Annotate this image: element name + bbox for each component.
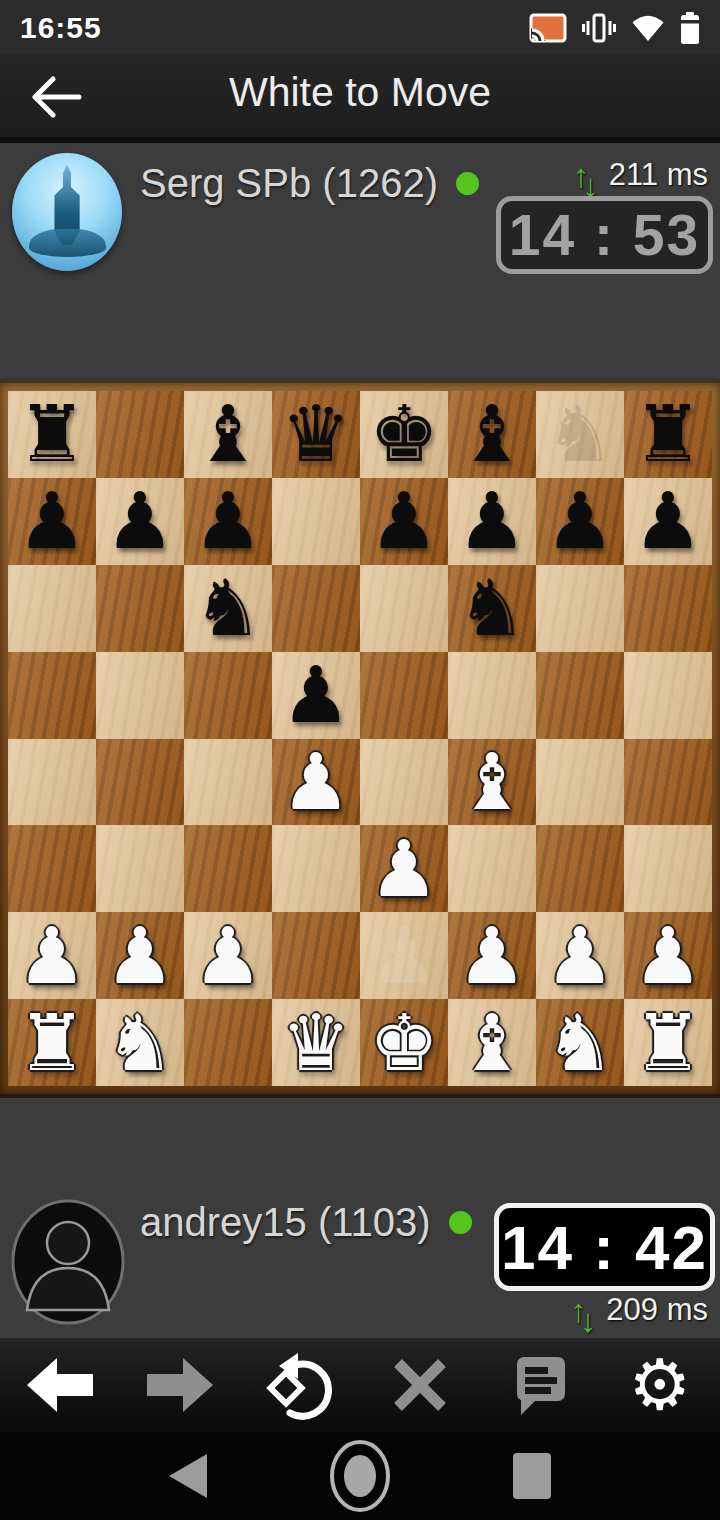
square-f5[interactable] <box>448 652 536 739</box>
square-b4[interactable] <box>96 739 184 826</box>
square-g6[interactable] <box>536 565 624 652</box>
cast-icon <box>529 13 567 43</box>
square-f6[interactable]: ♞ <box>448 565 536 652</box>
square-c5[interactable] <box>184 652 272 739</box>
square-f7[interactable]: ♟ <box>448 478 536 565</box>
piece-white-rook: ♜ <box>633 1004 703 1082</box>
piece-black-pawn: ♟ <box>457 482 527 560</box>
square-e1[interactable]: ♚ <box>360 999 448 1086</box>
square-g5[interactable] <box>536 652 624 739</box>
piece-white-bishop: ♝ <box>457 1004 527 1082</box>
square-e6[interactable] <box>360 565 448 652</box>
square-g4[interactable] <box>536 739 624 826</box>
piece-black-rook: ♜ <box>633 395 703 473</box>
square-d4[interactable]: ♟ <box>272 739 360 826</box>
bottom-player-name: andrey15 (1103) <box>140 1200 431 1245</box>
bottom-player-panel: andrey15 (1103) 14 : 42 ↑↓ 209 ms <box>0 1098 720 1338</box>
square-h3[interactable] <box>624 825 712 912</box>
title-bar: White to Move <box>0 55 720 143</box>
chat-button[interactable] <box>480 1338 600 1432</box>
android-recents-icon <box>513 1453 551 1499</box>
battery-icon <box>680 12 700 44</box>
bottom-player-clock: 14 : 42 <box>494 1203 715 1291</box>
previous-move-button[interactable] <box>0 1338 120 1432</box>
square-e2[interactable]: ♟ <box>360 912 448 999</box>
piece-white-knight: ♞ <box>105 1004 175 1082</box>
square-b7[interactable]: ♟ <box>96 478 184 565</box>
next-move-button[interactable] <box>120 1338 240 1432</box>
chat-icon <box>509 1353 571 1417</box>
app-screen: 16:55 <box>0 0 720 1520</box>
status-bar: 16:55 <box>0 0 720 55</box>
square-b5[interactable] <box>96 652 184 739</box>
vibrate-icon <box>582 13 616 43</box>
square-d3[interactable] <box>272 825 360 912</box>
square-d8[interactable]: ♛ <box>272 391 360 478</box>
square-a5[interactable] <box>8 652 96 739</box>
piece-black-knight: ♞ <box>457 569 527 647</box>
bottom-player-avatar <box>10 1198 126 1326</box>
top-latency-value: 211 ms <box>609 157 708 193</box>
square-c1[interactable] <box>184 999 272 1086</box>
square-b3[interactable] <box>96 825 184 912</box>
piece-black-rook: ♜ <box>17 395 87 473</box>
top-player-avatar <box>12 153 122 271</box>
android-home-icon <box>329 1438 391 1514</box>
previous-move-icon <box>27 1358 93 1412</box>
square-e7[interactable]: ♟ <box>360 478 448 565</box>
chess-board: ♜♝♛♚♝♞♜♟♟♟♟♟♟♟♞♞♟♟♝♟♟♟♟♟♟♟♟♜♞♛♚♝♞♜ <box>0 378 720 1098</box>
square-a1[interactable]: ♜ <box>8 999 96 1086</box>
square-f2[interactable]: ♟ <box>448 912 536 999</box>
square-a7[interactable]: ♟ <box>8 478 96 565</box>
online-status-dot <box>449 1211 472 1234</box>
latency-down-arrow-icon: ↓ <box>580 1304 597 1337</box>
ghost-piece-black-knight: ♞ <box>545 395 615 473</box>
square-g3[interactable] <box>536 825 624 912</box>
piece-white-king: ♚ <box>369 1004 439 1082</box>
square-b2[interactable]: ♟ <box>96 912 184 999</box>
square-e8[interactable]: ♚ <box>360 391 448 478</box>
square-f4[interactable]: ♝ <box>448 739 536 826</box>
square-g1[interactable]: ♞ <box>536 999 624 1086</box>
piece-white-pawn: ♟ <box>633 917 703 995</box>
next-move-icon <box>147 1358 213 1412</box>
square-d6[interactable] <box>272 565 360 652</box>
piece-white-pawn: ♟ <box>545 917 615 995</box>
piece-white-pawn: ♟ <box>281 743 351 821</box>
status-time: 16:55 <box>20 11 102 45</box>
square-b1[interactable]: ♞ <box>96 999 184 1086</box>
piece-black-pawn: ♟ <box>17 482 87 560</box>
top-player-name: Serg SPb (1262) <box>140 161 438 206</box>
top-player-panel: Serg SPb (1262) ↑↓ 211 ms 14 : 53 <box>0 143 720 378</box>
piece-black-pawn: ♟ <box>281 656 351 734</box>
square-c3[interactable] <box>184 825 272 912</box>
square-d7[interactable] <box>272 478 360 565</box>
status-icons <box>529 12 700 44</box>
square-h7[interactable]: ♟ <box>624 478 712 565</box>
close-icon <box>391 1356 449 1414</box>
square-h4[interactable] <box>624 739 712 826</box>
piece-black-queen: ♛ <box>281 395 351 473</box>
square-c8[interactable]: ♝ <box>184 391 272 478</box>
square-d2[interactable] <box>272 912 360 999</box>
square-d1[interactable]: ♛ <box>272 999 360 1086</box>
piece-white-pawn: ♟ <box>105 917 175 995</box>
top-player-name-row: Serg SPb (1262) <box>140 161 479 206</box>
square-e5[interactable] <box>360 652 448 739</box>
page-title: White to Move <box>0 69 720 116</box>
online-status-dot <box>456 172 479 195</box>
flip-board-icon <box>263 1349 337 1421</box>
square-a4[interactable] <box>8 739 96 826</box>
bottom-player-name-row: andrey15 (1103) <box>140 1200 472 1245</box>
piece-white-pawn: ♟ <box>457 917 527 995</box>
piece-white-pawn: ♟ <box>17 917 87 995</box>
piece-white-knight: ♞ <box>545 1004 615 1082</box>
square-g7[interactable]: ♟ <box>536 478 624 565</box>
close-game-button[interactable] <box>360 1338 480 1432</box>
square-h6[interactable] <box>624 565 712 652</box>
square-c2[interactable]: ♟ <box>184 912 272 999</box>
bottom-latency-value: 209 ms <box>606 1292 708 1328</box>
square-e3[interactable]: ♟ <box>360 825 448 912</box>
top-player-latency: ↑↓ 211 ms <box>573 157 708 193</box>
android-nav-bar <box>0 1432 720 1520</box>
square-a6[interactable] <box>8 565 96 652</box>
android-back-icon <box>169 1454 207 1498</box>
piece-black-bishop: ♝ <box>193 395 263 473</box>
square-d5[interactable]: ♟ <box>272 652 360 739</box>
piece-black-pawn: ♟ <box>545 482 615 560</box>
piece-black-bishop: ♝ <box>457 395 527 473</box>
piece-white-pawn: ♟ <box>193 917 263 995</box>
square-a2[interactable]: ♟ <box>8 912 96 999</box>
wifi-icon <box>631 14 665 42</box>
piece-black-pawn: ♟ <box>633 482 703 560</box>
square-c7[interactable]: ♟ <box>184 478 272 565</box>
settings-button[interactable]: ⚙ <box>600 1338 720 1432</box>
piece-black-knight: ♞ <box>193 569 263 647</box>
bottom-player-latency: ↑↓ 209 ms <box>570 1292 708 1328</box>
square-c4[interactable] <box>184 739 272 826</box>
flip-board-button[interactable] <box>240 1338 360 1432</box>
gear-icon: ⚙ <box>629 1350 692 1420</box>
piece-white-queen: ♛ <box>281 1004 351 1082</box>
game-toolbar: ⚙ <box>0 1338 720 1432</box>
square-c6[interactable]: ♞ <box>184 565 272 652</box>
square-g8[interactable]: ♞ <box>536 391 624 478</box>
square-g2[interactable]: ♟ <box>536 912 624 999</box>
square-b8[interactable] <box>96 391 184 478</box>
piece-black-pawn: ♟ <box>105 482 175 560</box>
ghost-piece-white-pawn: ♟ <box>369 917 439 995</box>
square-h2[interactable]: ♟ <box>624 912 712 999</box>
square-h5[interactable] <box>624 652 712 739</box>
android-back-button[interactable] <box>169 1454 207 1498</box>
top-player-clock: 14 : 53 <box>496 196 713 274</box>
square-b6[interactable] <box>96 565 184 652</box>
piece-black-pawn: ♟ <box>369 482 439 560</box>
piece-black-king: ♚ <box>369 395 439 473</box>
square-f1[interactable]: ♝ <box>448 999 536 1086</box>
piece-white-bishop: ♝ <box>457 743 527 821</box>
android-home-button[interactable] <box>329 1438 391 1514</box>
piece-white-rook: ♜ <box>17 1004 87 1082</box>
square-h8[interactable]: ♜ <box>624 391 712 478</box>
square-f8[interactable]: ♝ <box>448 391 536 478</box>
square-h1[interactable]: ♜ <box>624 999 712 1086</box>
piece-black-pawn: ♟ <box>193 482 263 560</box>
android-recents-button[interactable] <box>513 1453 551 1499</box>
square-a3[interactable] <box>8 825 96 912</box>
square-f3[interactable] <box>448 825 536 912</box>
square-a8[interactable]: ♜ <box>8 391 96 478</box>
piece-white-pawn: ♟ <box>369 830 439 908</box>
square-e4[interactable] <box>360 739 448 826</box>
